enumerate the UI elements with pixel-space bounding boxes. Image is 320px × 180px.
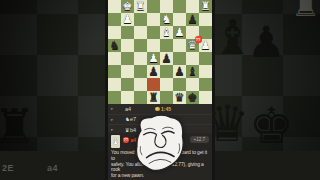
square-a7[interactable] <box>199 78 212 91</box>
square-a5[interactable] <box>199 52 212 65</box>
move-bullet-icon: ▸ <box>108 117 125 122</box>
square-e6[interactable]: ♟ <box>147 65 160 78</box>
square-b8[interactable]: ♚ <box>186 91 199 104</box>
square-c6[interactable]: ♟ <box>173 65 186 78</box>
square-c1[interactable] <box>173 0 186 13</box>
black-knight-icon[interactable]: ♞ <box>108 39 121 52</box>
square-a6[interactable] <box>199 65 212 78</box>
square-b2[interactable]: ♟ <box>186 13 199 26</box>
square-h1[interactable] <box>108 0 121 13</box>
square-f6[interactable] <box>134 65 147 78</box>
blunder-move-badge: ?? <box>195 36 202 43</box>
white-rook-icon[interactable]: ♜ <box>134 0 147 13</box>
square-h6[interactable] <box>108 65 121 78</box>
move-time-label: 1:45 <box>161 106 171 112</box>
white-rook-icon[interactable]: ♜ <box>199 0 212 13</box>
square-a2[interactable] <box>199 13 212 26</box>
square-f5[interactable] <box>134 52 147 65</box>
trollface-meme <box>132 112 188 176</box>
white-pawn-icon[interactable]: ♟ <box>121 13 134 26</box>
black-king-icon[interactable]: ♚ <box>186 91 199 104</box>
square-e1[interactable] <box>147 0 160 13</box>
square-c4[interactable] <box>173 39 186 52</box>
square-f4[interactable] <box>134 39 147 52</box>
square-c8[interactable]: ♛ <box>173 91 186 104</box>
chess-board[interactable]: ♚♜♜♟♞♟♝♟♞??♛♟♟♟♟♟♝♜♛♚ <box>108 0 212 104</box>
black-pawn-icon[interactable]: ♟ <box>160 52 173 65</box>
black-pawn-icon[interactable]: ♟ <box>173 65 186 78</box>
square-g5[interactable] <box>121 52 134 65</box>
square-c3[interactable]: ♟ <box>173 26 186 39</box>
square-g7[interactable] <box>121 78 134 91</box>
move-bullet-icon: ▸ <box>108 127 125 132</box>
square-f2[interactable] <box>134 13 147 26</box>
square-h7[interactable] <box>108 78 121 91</box>
square-e8[interactable]: ♜ <box>147 91 160 104</box>
bishop-avatar-icon: ♝ <box>112 138 119 146</box>
white-bishop-icon[interactable]: ♝ <box>160 26 173 39</box>
square-f7[interactable] <box>134 78 147 91</box>
square-d7[interactable] <box>160 78 173 91</box>
square-f8[interactable] <box>134 91 147 104</box>
square-d6[interactable] <box>160 65 173 78</box>
square-h2[interactable] <box>108 13 121 26</box>
square-f1[interactable]: ♜ <box>134 0 147 13</box>
square-d3[interactable]: ♝ <box>160 26 173 39</box>
black-pawn-icon[interactable]: ♟ <box>147 65 160 78</box>
black-rook-icon[interactable]: ♜ <box>147 91 160 104</box>
white-pawn-icon[interactable]: ♟ <box>173 26 186 39</box>
square-a8[interactable] <box>199 91 212 104</box>
move-bullet-icon: ▸ <box>108 106 125 111</box>
background-move-label: 2E <box>2 163 14 173</box>
square-d5[interactable]: ♟ <box>160 52 173 65</box>
move-timer-gold: 1:45 <box>155 106 171 112</box>
square-f3[interactable] <box>134 26 147 39</box>
square-d8[interactable] <box>160 91 173 104</box>
background-move-label: a4 <box>47 163 58 173</box>
move-san[interactable]: a4 <box>125 106 155 112</box>
black-queen-icon[interactable]: ♛ <box>173 91 186 104</box>
video-content: ♚♜♜♟♞♟♝♟♞??♛♟♟♟♟♟♝♜♛♚ ▸a41:45▸♞e70:41▸♛b… <box>108 0 212 180</box>
square-h8[interactable] <box>108 91 121 104</box>
square-g3[interactable] <box>121 26 134 39</box>
blunder-icon: ?? <box>123 137 129 143</box>
square-g8[interactable] <box>121 91 134 104</box>
player-avatar: ♝ <box>111 135 120 148</box>
evaluation-pill: +12.7 <box>190 136 209 143</box>
square-g4[interactable] <box>121 39 134 52</box>
coin-icon <box>155 107 160 112</box>
black-bishop-icon[interactable]: ♝ <box>186 65 199 78</box>
square-a1[interactable]: ♜ <box>199 0 212 13</box>
black-pawn-icon[interactable]: ♟ <box>186 13 199 26</box>
video-frame: ♜♝♟♛♚♜ 2Ea4 ♚♜♜♟♞♟♝♟♞??♛♟♟♟♟♟♝♜♛♚ ▸a41:4… <box>0 0 320 180</box>
square-e3[interactable] <box>147 26 160 39</box>
square-b6[interactable]: ♝ <box>186 65 199 78</box>
square-h4[interactable]: ♞ <box>108 39 121 52</box>
square-e2[interactable] <box>147 13 160 26</box>
video-letterbox: ♚♜♜♟♞♟♝♟♞??♛♟♟♟♟♟♝♜♛♚ ▸a41:45▸♞e70:41▸♛b… <box>105 0 215 180</box>
square-g2[interactable]: ♟ <box>121 13 134 26</box>
square-g6[interactable] <box>121 65 134 78</box>
square-h5[interactable] <box>108 52 121 65</box>
